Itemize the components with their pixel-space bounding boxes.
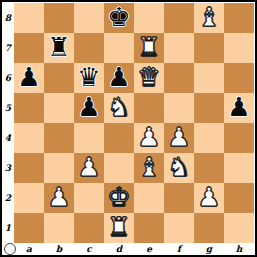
square-a8[interactable] <box>14 3 44 33</box>
square-h7[interactable] <box>224 33 254 63</box>
square-b4[interactable] <box>44 123 74 153</box>
square-d1[interactable]: ♜ <box>104 213 134 243</box>
file-label-a: a <box>14 243 44 256</box>
square-f6[interactable] <box>164 63 194 93</box>
square-b1[interactable] <box>44 213 74 243</box>
piece-black-rook: ♜ <box>44 33 74 63</box>
square-g7[interactable] <box>194 33 224 63</box>
piece-white-queen: ♛ <box>134 63 164 93</box>
square-d4[interactable] <box>104 123 134 153</box>
square-e6[interactable]: ♛ <box>134 63 164 93</box>
rank-label-1: 1 <box>2 213 14 243</box>
square-c7[interactable] <box>74 33 104 63</box>
square-h3[interactable] <box>224 153 254 183</box>
square-h5[interactable]: ♟ <box>224 93 254 123</box>
square-c4[interactable] <box>74 123 104 153</box>
square-e1[interactable] <box>134 213 164 243</box>
square-c6[interactable]: ♛ <box>74 63 104 93</box>
square-g6[interactable] <box>194 63 224 93</box>
square-c1[interactable] <box>74 213 104 243</box>
square-b2[interactable]: ♟ <box>44 183 74 213</box>
piece-black-pawn: ♟ <box>224 93 254 123</box>
file-label-d: d <box>104 243 134 256</box>
piece-white-pawn: ♟ <box>134 123 164 153</box>
square-g5[interactable] <box>194 93 224 123</box>
rank-label-8: 8 <box>2 3 14 33</box>
square-a1[interactable] <box>14 213 44 243</box>
square-b7[interactable]: ♜ <box>44 33 74 63</box>
square-g8[interactable]: ♝ <box>194 3 224 33</box>
square-a7[interactable] <box>14 33 44 63</box>
square-a4[interactable] <box>14 123 44 153</box>
piece-white-king: ♚ <box>104 183 134 213</box>
file-labels: abcdefgh <box>14 243 254 256</box>
square-c5[interactable]: ♟ <box>74 93 104 123</box>
square-f3[interactable]: ♞ <box>164 153 194 183</box>
square-d6[interactable]: ♟ <box>104 63 134 93</box>
piece-white-bishop: ♝ <box>194 3 224 33</box>
square-c3[interactable]: ♟ <box>74 153 104 183</box>
chess-board: ♚♝♜♜♟♛♟♛♟♞♟♟♟♟♝♞♟♚♟♜ <box>14 3 254 243</box>
square-a6[interactable]: ♟ <box>14 63 44 93</box>
square-b8[interactable] <box>44 3 74 33</box>
square-c8[interactable] <box>74 3 104 33</box>
square-e7[interactable]: ♜ <box>134 33 164 63</box>
square-e5[interactable] <box>134 93 164 123</box>
square-f5[interactable] <box>164 93 194 123</box>
square-g4[interactable] <box>194 123 224 153</box>
piece-white-pawn: ♟ <box>44 183 74 213</box>
piece-white-pawn: ♟ <box>164 123 194 153</box>
file-label-g: g <box>194 243 224 256</box>
piece-black-king: ♚ <box>104 3 134 33</box>
file-label-b: b <box>44 243 74 256</box>
file-label-c: c <box>74 243 104 256</box>
square-e8[interactable] <box>134 3 164 33</box>
rank-label-3: 3 <box>2 153 14 183</box>
square-e4[interactable]: ♟ <box>134 123 164 153</box>
square-d7[interactable] <box>104 33 134 63</box>
piece-white-pawn: ♟ <box>194 183 224 213</box>
square-d3[interactable] <box>104 153 134 183</box>
square-b5[interactable] <box>44 93 74 123</box>
rank-label-6: 6 <box>2 63 14 93</box>
square-b6[interactable] <box>44 63 74 93</box>
piece-white-bishop: ♝ <box>134 153 164 183</box>
file-label-h: h <box>224 243 254 256</box>
square-e2[interactable] <box>134 183 164 213</box>
square-f2[interactable] <box>164 183 194 213</box>
square-e3[interactable]: ♝ <box>134 153 164 183</box>
square-f8[interactable] <box>164 3 194 33</box>
square-h1[interactable] <box>224 213 254 243</box>
square-g2[interactable]: ♟ <box>194 183 224 213</box>
square-g1[interactable] <box>194 213 224 243</box>
square-h2[interactable] <box>224 183 254 213</box>
square-a5[interactable] <box>14 93 44 123</box>
square-a2[interactable] <box>14 183 44 213</box>
square-c2[interactable] <box>74 183 104 213</box>
piece-white-rook: ♜ <box>134 33 164 63</box>
piece-black-queen: ♛ <box>74 63 104 93</box>
file-label-f: f <box>164 243 194 256</box>
piece-white-knight: ♞ <box>104 93 134 123</box>
rank-label-2: 2 <box>2 183 14 213</box>
square-d2[interactable]: ♚ <box>104 183 134 213</box>
piece-white-knight: ♞ <box>164 153 194 183</box>
chess-diagram: ♚♝♜♜♟♛♟♛♟♞♟♟♟♟♝♞♟♚♟♜ 87654321 abcdefgh <box>0 0 257 257</box>
rank-label-7: 7 <box>2 33 14 63</box>
file-label-e: e <box>134 243 164 256</box>
square-h8[interactable] <box>224 3 254 33</box>
square-g3[interactable] <box>194 153 224 183</box>
square-d5[interactable]: ♞ <box>104 93 134 123</box>
square-b3[interactable] <box>44 153 74 183</box>
square-d8[interactable]: ♚ <box>104 3 134 33</box>
piece-black-pawn: ♟ <box>14 63 44 93</box>
piece-black-pawn: ♟ <box>104 63 134 93</box>
square-f1[interactable] <box>164 213 194 243</box>
square-a3[interactable] <box>14 153 44 183</box>
square-h4[interactable] <box>224 123 254 153</box>
white-to-move-indicator <box>4 243 16 255</box>
square-f4[interactable]: ♟ <box>164 123 194 153</box>
square-h6[interactable] <box>224 63 254 93</box>
rank-label-4: 4 <box>2 123 14 153</box>
rank-label-5: 5 <box>2 93 14 123</box>
piece-white-rook: ♜ <box>104 213 134 243</box>
piece-black-pawn: ♟ <box>74 93 104 123</box>
piece-white-pawn: ♟ <box>74 153 104 183</box>
rank-labels: 87654321 <box>2 3 14 243</box>
square-f7[interactable] <box>164 33 194 63</box>
